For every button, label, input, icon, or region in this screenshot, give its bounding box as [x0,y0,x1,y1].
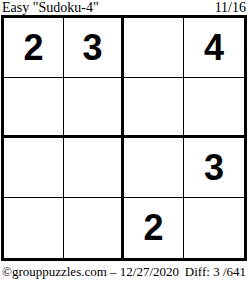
puzzle-page: Easy "Sudoku-4" 11/16 2 3 4 3 2 ©grouppu… [0,0,248,282]
cell-r3c1[interactable] [4,138,64,198]
cell-r3c4[interactable]: 3 [184,138,244,198]
sudoku-board: 2 3 4 3 2 [1,15,247,261]
cell-r4c2[interactable] [64,198,124,258]
cell-r4c4[interactable] [184,198,244,258]
difficulty-text: Diff: 3 /641 [185,265,246,278]
page-number: 11/16 [215,1,246,15]
copyright-text: ©grouppuzzles.com – 12/27/2020 [2,265,179,278]
cell-r2c1[interactable] [4,78,64,138]
cell-r1c2[interactable]: 3 [64,18,124,78]
cell-r1c4[interactable]: 4 [184,18,244,78]
cell-r2c4[interactable] [184,78,244,138]
cell-r3c2[interactable] [64,138,124,198]
cell-r4c3[interactable]: 2 [124,198,184,258]
cell-r1c1[interactable]: 2 [4,18,64,78]
cell-r4c1[interactable] [4,198,64,258]
puzzle-title: Easy "Sudoku-4" [2,1,99,15]
header: Easy "Sudoku-4" 11/16 [0,0,248,15]
cell-r3c3[interactable] [124,138,184,198]
cell-r2c3[interactable] [124,78,184,138]
cell-r2c2[interactable] [64,78,124,138]
cell-r1c3[interactable] [124,18,184,78]
footer: ©grouppuzzles.com – 12/27/2020 Diff: 3 /… [0,261,248,282]
